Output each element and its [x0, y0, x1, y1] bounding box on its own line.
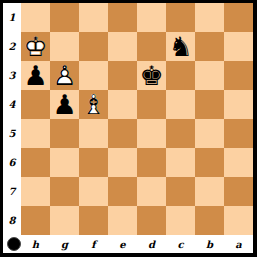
square-e1[interactable]: [108, 3, 137, 32]
square-g5[interactable]: [50, 119, 79, 148]
black-to-move-indicator: [7, 237, 21, 251]
square-a5[interactable]: [224, 119, 253, 148]
square-a3[interactable]: [224, 61, 253, 90]
square-b3[interactable]: [195, 61, 224, 90]
file-label-e: e: [108, 235, 137, 253]
square-f8[interactable]: [79, 206, 108, 235]
rank-label-4: 4: [3, 90, 21, 119]
square-c4[interactable]: [166, 90, 195, 119]
chess-diagram-frame: 12345678 ♚♔♞♟♟♙♚♟♝♗ hgfedcba: [0, 0, 257, 257]
square-f7[interactable]: [79, 177, 108, 206]
square-g6[interactable]: [50, 148, 79, 177]
square-g4[interactable]: ♟: [50, 90, 79, 119]
rank-label-5: 5: [3, 119, 21, 148]
square-f2[interactable]: [79, 32, 108, 61]
white-bishop[interactable]: ♗: [79, 90, 108, 119]
rank-labels: 12345678: [3, 3, 21, 235]
square-d7[interactable]: [137, 177, 166, 206]
square-c8[interactable]: [166, 206, 195, 235]
file-labels: hgfedcba: [21, 235, 253, 253]
file-label-c: c: [166, 235, 195, 253]
black-knight[interactable]: ♞: [166, 32, 195, 61]
square-c2[interactable]: ♞: [166, 32, 195, 61]
square-b4[interactable]: [195, 90, 224, 119]
square-a6[interactable]: [224, 148, 253, 177]
turn-indicator-cell: [3, 235, 21, 253]
square-f4[interactable]: ♝♗: [79, 90, 108, 119]
black-king[interactable]: ♚: [137, 61, 166, 90]
square-d1[interactable]: [137, 3, 166, 32]
rank-label-8: 8: [3, 206, 21, 235]
rank-label-3: 3: [3, 61, 21, 90]
square-e8[interactable]: [108, 206, 137, 235]
square-g1[interactable]: [50, 3, 79, 32]
square-g7[interactable]: [50, 177, 79, 206]
square-h2[interactable]: ♚♔: [21, 32, 50, 61]
file-label-b: b: [195, 235, 224, 253]
square-h4[interactable]: [21, 90, 50, 119]
square-f1[interactable]: [79, 3, 108, 32]
square-h1[interactable]: [21, 3, 50, 32]
square-e5[interactable]: [108, 119, 137, 148]
square-g3[interactable]: ♟♙: [50, 61, 79, 90]
square-f3[interactable]: [79, 61, 108, 90]
square-h6[interactable]: [21, 148, 50, 177]
square-d6[interactable]: [137, 148, 166, 177]
white-king[interactable]: ♔: [21, 32, 50, 61]
square-a7[interactable]: [224, 177, 253, 206]
file-label-f: f: [79, 235, 108, 253]
rank-label-2: 2: [3, 32, 21, 61]
square-b8[interactable]: [195, 206, 224, 235]
square-c5[interactable]: [166, 119, 195, 148]
square-h7[interactable]: [21, 177, 50, 206]
white-pawn[interactable]: ♙: [50, 61, 79, 90]
square-b6[interactable]: [195, 148, 224, 177]
rank-label-1: 1: [3, 3, 21, 32]
square-b5[interactable]: [195, 119, 224, 148]
square-b1[interactable]: [195, 3, 224, 32]
square-d4[interactable]: [137, 90, 166, 119]
square-d5[interactable]: [137, 119, 166, 148]
square-h8[interactable]: [21, 206, 50, 235]
square-e2[interactable]: [108, 32, 137, 61]
square-b7[interactable]: [195, 177, 224, 206]
square-g2[interactable]: [50, 32, 79, 61]
square-c3[interactable]: [166, 61, 195, 90]
square-h3[interactable]: ♟: [21, 61, 50, 90]
square-f6[interactable]: [79, 148, 108, 177]
square-e3[interactable]: [108, 61, 137, 90]
square-d8[interactable]: [137, 206, 166, 235]
square-a4[interactable]: [224, 90, 253, 119]
rank-label-7: 7: [3, 177, 21, 206]
file-label-d: d: [137, 235, 166, 253]
diagram-layout: 12345678 ♚♔♞♟♟♙♚♟♝♗ hgfedcba: [3, 3, 253, 253]
square-e7[interactable]: [108, 177, 137, 206]
square-f5[interactable]: [79, 119, 108, 148]
square-d3[interactable]: ♚: [137, 61, 166, 90]
square-c1[interactable]: [166, 3, 195, 32]
square-c7[interactable]: [166, 177, 195, 206]
square-e6[interactable]: [108, 148, 137, 177]
square-h5[interactable]: [21, 119, 50, 148]
square-c6[interactable]: [166, 148, 195, 177]
black-pawn[interactable]: ♟: [21, 61, 50, 90]
square-a1[interactable]: [224, 3, 253, 32]
black-pawn[interactable]: ♟: [50, 90, 79, 119]
chess-board: ♚♔♞♟♟♙♚♟♝♗: [21, 3, 253, 235]
rank-label-6: 6: [3, 148, 21, 177]
square-a8[interactable]: [224, 206, 253, 235]
file-label-a: a: [224, 235, 253, 253]
square-e4[interactable]: [108, 90, 137, 119]
square-g8[interactable]: [50, 206, 79, 235]
square-d2[interactable]: [137, 32, 166, 61]
square-b2[interactable]: [195, 32, 224, 61]
square-a2[interactable]: [224, 32, 253, 61]
file-label-h: h: [21, 235, 50, 253]
file-label-g: g: [50, 235, 79, 253]
